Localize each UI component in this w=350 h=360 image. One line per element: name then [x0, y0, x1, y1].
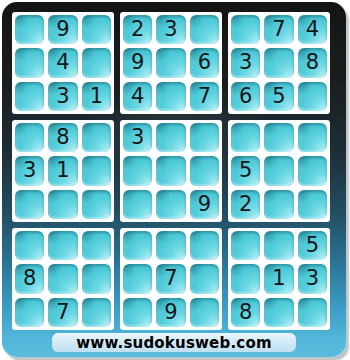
digit: 4 [131, 86, 144, 107]
box-2-2: 39 [120, 120, 222, 222]
digit: 7 [198, 86, 211, 107]
cell-r2c5[interactable] [156, 48, 185, 77]
digit: 7 [272, 19, 285, 40]
cell-r9c3[interactable] [82, 298, 111, 327]
digit: 6 [198, 52, 211, 73]
box-1-3: 743865 [228, 12, 330, 114]
box-1-1: 9431 [12, 12, 114, 114]
box-grid: 239647 [123, 15, 219, 111]
cell-r1c2[interactable]: 9 [48, 15, 77, 44]
cell-r3c8[interactable]: 5 [264, 82, 293, 111]
cell-r1c6[interactable] [190, 15, 219, 44]
cell-r1c5[interactable]: 3 [156, 15, 185, 44]
digit: 1 [272, 268, 285, 289]
board-frame: 9431239647743865831395287795138 www.sudo… [2, 2, 346, 357]
digit: 3 [56, 86, 69, 107]
cell-r8c5[interactable]: 7 [156, 264, 185, 293]
cell-r9c1[interactable] [15, 298, 44, 327]
box-grid: 743865 [231, 15, 327, 111]
cell-r1c3[interactable] [82, 15, 111, 44]
box-grid: 831 [15, 123, 111, 219]
digit: 2 [131, 19, 144, 40]
cell-r5c8[interactable] [264, 156, 293, 185]
cell-r4c5[interactable] [156, 123, 185, 152]
cell-r8c3[interactable] [82, 264, 111, 293]
box-grid: 39 [123, 123, 219, 219]
cell-r4c8[interactable] [264, 123, 293, 152]
cell-r2c6[interactable]: 6 [190, 48, 219, 77]
box-grid: 79 [123, 231, 219, 327]
cell-r5c3[interactable] [82, 156, 111, 185]
cell-r8c9[interactable]: 3 [298, 264, 327, 293]
cell-r2c4[interactable]: 9 [123, 48, 152, 77]
box-3-2: 79 [120, 228, 222, 330]
cell-r4c6[interactable] [190, 123, 219, 152]
cell-r6c8[interactable] [264, 190, 293, 219]
cell-r9c6[interactable] [190, 298, 219, 327]
cell-r7c5[interactable] [156, 231, 185, 260]
cell-r5c4[interactable] [123, 156, 152, 185]
digit: 9 [56, 19, 69, 40]
cell-r5c6[interactable] [190, 156, 219, 185]
cell-r6c3[interactable] [82, 190, 111, 219]
footer-band: www.sudokusweb.com [52, 333, 296, 352]
cell-r9c9[interactable] [298, 298, 327, 327]
site-link[interactable]: www.sudokusweb.com [76, 334, 271, 352]
digit: 9 [131, 52, 144, 73]
digit: 3 [131, 127, 144, 148]
cell-r4c9[interactable] [298, 123, 327, 152]
sudoku-page: 9431239647743865831395287795138 www.sudo… [0, 0, 350, 360]
cell-r8c7[interactable] [231, 264, 260, 293]
box-2-1: 831 [12, 120, 114, 222]
box-3-1: 87 [12, 228, 114, 330]
cell-r9c2[interactable]: 7 [48, 298, 77, 327]
cell-r2c3[interactable] [82, 48, 111, 77]
digit: 3 [306, 268, 319, 289]
cell-r7c3[interactable] [82, 231, 111, 260]
digit: 8 [306, 52, 319, 73]
cell-r3c7[interactable]: 6 [231, 82, 260, 111]
cell-r2c8[interactable] [264, 48, 293, 77]
cell-r6c9[interactable] [298, 190, 327, 219]
cell-r3c2[interactable]: 3 [48, 82, 77, 111]
box-2-3: 52 [228, 120, 330, 222]
cell-r1c7[interactable] [231, 15, 260, 44]
cell-r1c4[interactable]: 2 [123, 15, 152, 44]
cell-r7c4[interactable] [123, 231, 152, 260]
cell-r6c6[interactable]: 9 [190, 190, 219, 219]
digit: 5 [306, 235, 319, 256]
cell-r8c1[interactable]: 8 [15, 264, 44, 293]
cell-r9c8[interactable] [264, 298, 293, 327]
cell-r6c4[interactable] [123, 190, 152, 219]
cell-r6c7[interactable]: 2 [231, 190, 260, 219]
cell-r4c3[interactable] [82, 123, 111, 152]
cell-r3c4[interactable]: 4 [123, 82, 152, 111]
cell-r2c1[interactable] [15, 48, 44, 77]
box-grid: 5138 [231, 231, 327, 327]
box-3-3: 5138 [228, 228, 330, 330]
digit: 2 [239, 194, 252, 215]
digit: 4 [56, 52, 69, 73]
cell-r1c9[interactable]: 4 [298, 15, 327, 44]
cell-r8c8[interactable]: 1 [264, 264, 293, 293]
cell-r8c2[interactable] [48, 264, 77, 293]
cell-r5c9[interactable] [298, 156, 327, 185]
cell-r7c2[interactable] [48, 231, 77, 260]
digit: 5 [272, 86, 285, 107]
cell-r3c5[interactable] [156, 82, 185, 111]
cell-r7c9[interactable]: 5 [298, 231, 327, 260]
cell-r4c2[interactable]: 8 [48, 123, 77, 152]
box-1-2: 239647 [120, 12, 222, 114]
digit: 9 [198, 194, 211, 215]
cell-r9c4[interactable] [123, 298, 152, 327]
digit: 8 [56, 127, 69, 148]
box-grid: 52 [231, 123, 327, 219]
cell-r5c2[interactable]: 1 [48, 156, 77, 185]
cell-r7c8[interactable] [264, 231, 293, 260]
cell-r5c7[interactable]: 5 [231, 156, 260, 185]
cell-r7c7[interactable] [231, 231, 260, 260]
cell-r8c6[interactable] [190, 264, 219, 293]
cell-r1c1[interactable] [15, 15, 44, 44]
cell-r1c8[interactable]: 7 [264, 15, 293, 44]
digit: 8 [23, 268, 36, 289]
cell-r2c7[interactable]: 3 [231, 48, 260, 77]
cell-r2c2[interactable]: 4 [48, 48, 77, 77]
digit: 7 [56, 302, 69, 323]
digit: 3 [164, 19, 177, 40]
cell-r6c1[interactable] [15, 190, 44, 219]
box-grid: 87 [15, 231, 111, 327]
cell-r7c1[interactable] [15, 231, 44, 260]
cell-r6c5[interactable] [156, 190, 185, 219]
digit: 8 [239, 302, 252, 323]
digit: 5 [239, 160, 252, 181]
cell-r9c5[interactable]: 9 [156, 298, 185, 327]
cell-r6c2[interactable] [48, 190, 77, 219]
sudoku-board: 9431239647743865831395287795138 [12, 12, 330, 330]
cell-r3c1[interactable] [15, 82, 44, 111]
digit: 3 [239, 52, 252, 73]
digit: 3 [23, 160, 36, 181]
digit: 7 [164, 268, 177, 289]
digit: 1 [56, 160, 69, 181]
cell-r5c1[interactable]: 3 [15, 156, 44, 185]
digit: 1 [90, 86, 103, 107]
cell-r2c9[interactable]: 8 [298, 48, 327, 77]
cell-r7c6[interactable] [190, 231, 219, 260]
digit: 9 [164, 302, 177, 323]
digit: 4 [306, 19, 319, 40]
cell-r9c7[interactable]: 8 [231, 298, 260, 327]
cell-r3c9[interactable] [298, 82, 327, 111]
cell-r3c6[interactable]: 7 [190, 82, 219, 111]
cell-r4c4[interactable]: 3 [123, 123, 152, 152]
cell-r4c7[interactable] [231, 123, 260, 152]
cell-r4c1[interactable] [15, 123, 44, 152]
cell-r8c4[interactable] [123, 264, 152, 293]
digit: 6 [239, 86, 252, 107]
box-grid: 9431 [15, 15, 111, 111]
cell-r5c5[interactable] [156, 156, 185, 185]
cell-r3c3[interactable]: 1 [82, 82, 111, 111]
